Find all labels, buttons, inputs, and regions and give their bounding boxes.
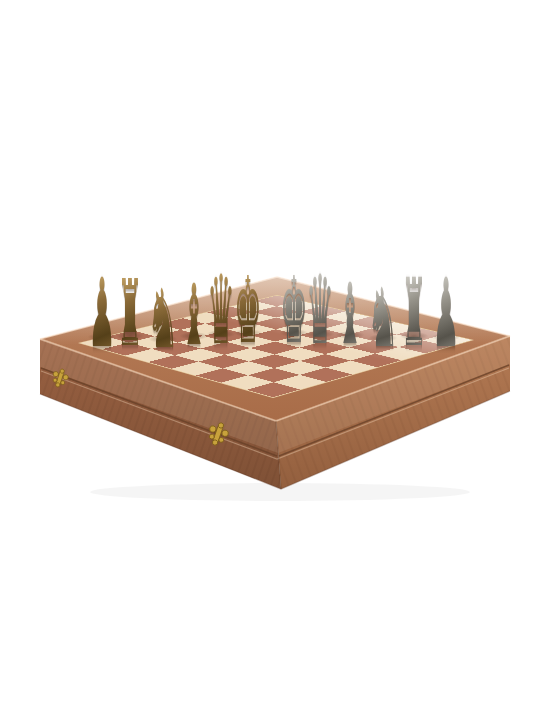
product-photo-chess-case: ♟♜♞♝♛♚♚♛♝♞♜♟ — [0, 0, 540, 720]
